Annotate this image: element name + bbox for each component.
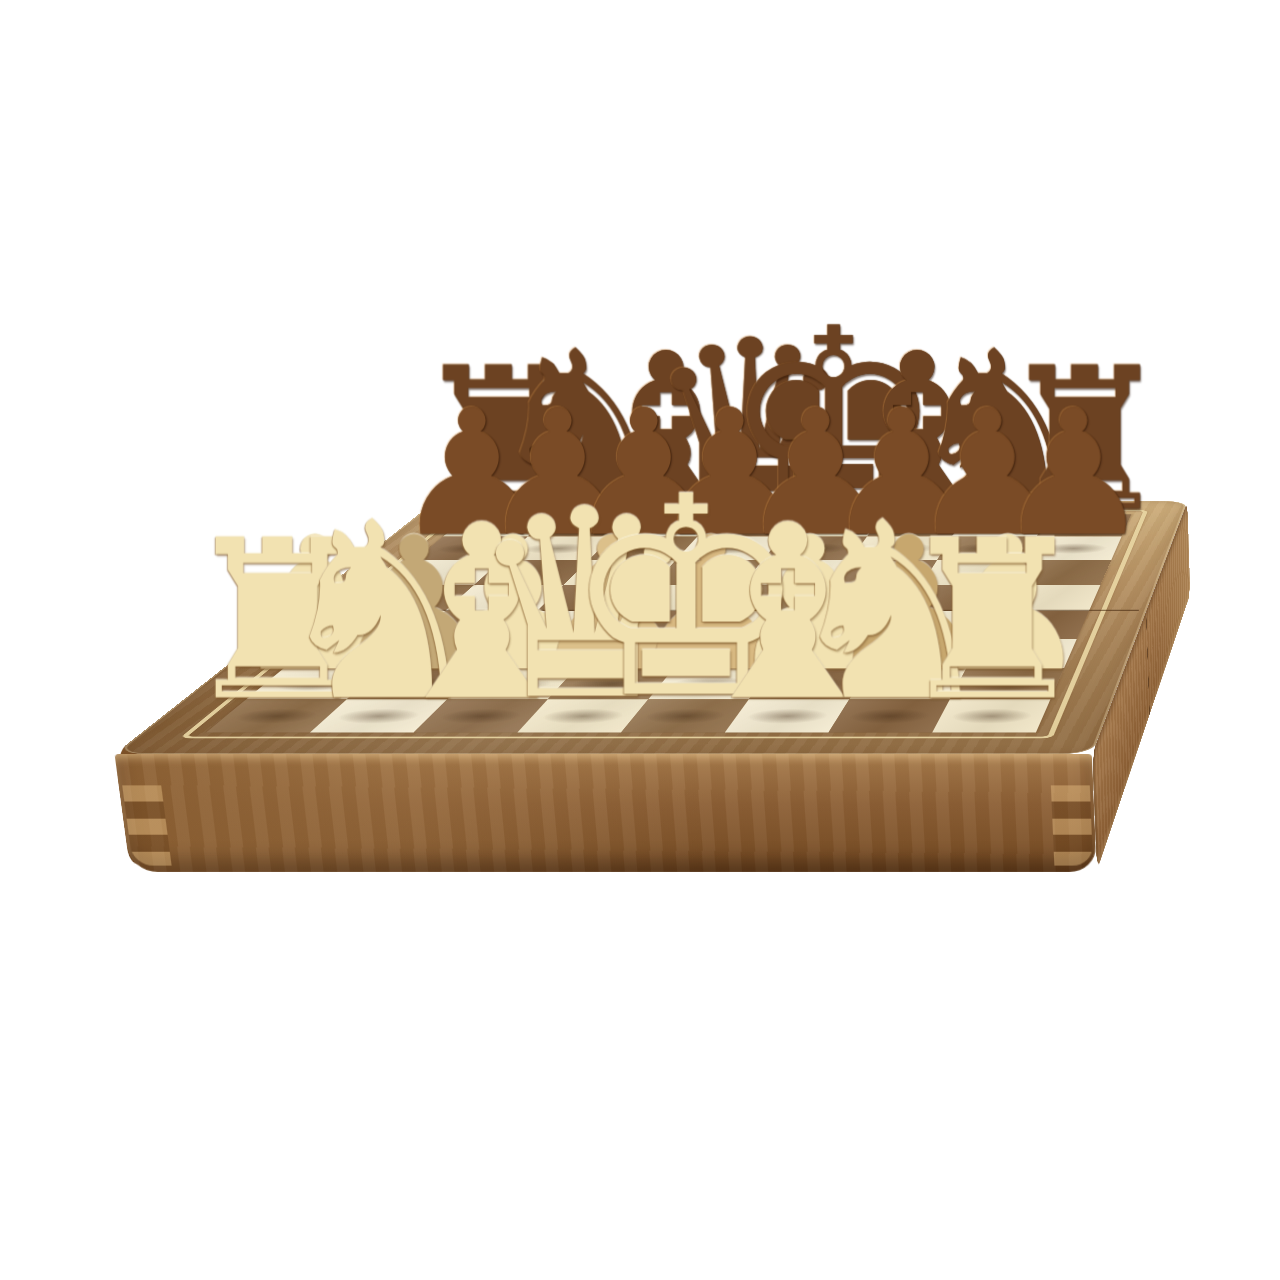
perspective-stage: ♜♞♝♛♚♝♞♜♟♟♟♟♟♟♟♟♟♟♟♟♟♟♟♟♜♞♝♛♚♝♞♜ <box>0 0 1280 1280</box>
fold-seam-side <box>1146 610 1150 715</box>
chess-board: ♜♞♝♛♚♝♞♜♟♟♟♟♟♟♟♟♟♟♟♟♟♟♟♟♜♞♝♛♚♝♞♜ <box>115 501 1188 754</box>
rook-glyph: ♜ <box>893 512 1091 733</box>
chess-set-product-photo: ♜♞♝♛♚♝♞♜♟♟♟♟♟♟♟♟♟♟♟♟♟♟♟♟♜♞♝♛♚♝♞♜ <box>0 0 1280 1280</box>
squares-grid: ♜♞♝♛♚♝♞♜♟♟♟♟♟♟♟♟♟♟♟♟♟♟♟♟♜♞♝♛♚♝♞♜ <box>206 514 1131 732</box>
board-front-side <box>115 754 1097 872</box>
